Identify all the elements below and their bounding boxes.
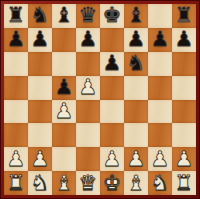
square-e5[interactable] [100,76,124,100]
square-b3[interactable] [28,123,52,147]
square-f2[interactable]: ♟ [124,147,148,171]
piece-white-rook[interactable]: ♜ [175,172,194,193]
piece-white-bishop[interactable]: ♝ [55,172,74,193]
piece-black-pawn[interactable]: ♟ [127,29,146,50]
piece-white-pawn[interactable]: ♟ [55,100,74,121]
square-e3[interactable] [100,123,124,147]
piece-white-pawn[interactable]: ♟ [151,148,170,169]
piece-black-king[interactable]: ♚ [103,5,122,26]
piece-white-bishop[interactable]: ♝ [127,172,146,193]
square-g1[interactable]: ♞ [148,171,172,195]
square-e6[interactable]: ♟ [100,52,124,76]
square-g6[interactable] [148,52,172,76]
square-a5[interactable] [4,76,28,100]
square-b8[interactable]: ♞ [28,4,52,28]
square-h4[interactable] [172,100,196,124]
piece-white-pawn[interactable]: ♟ [79,77,98,98]
piece-white-queen[interactable]: ♛ [79,172,98,193]
square-e7[interactable] [100,28,124,52]
square-f8[interactable]: ♝ [124,4,148,28]
square-f4[interactable] [124,100,148,124]
piece-black-pawn[interactable]: ♟ [175,29,194,50]
square-a1[interactable]: ♜ [4,171,28,195]
piece-white-pawn[interactable]: ♟ [175,148,194,169]
square-h1[interactable]: ♜ [172,171,196,195]
piece-white-pawn[interactable]: ♟ [127,148,146,169]
square-h7[interactable]: ♟ [172,28,196,52]
square-c2[interactable] [52,147,76,171]
piece-black-rook[interactable]: ♜ [7,5,26,26]
square-d5[interactable]: ♟ [76,76,100,100]
square-c5[interactable]: ♟ [52,76,76,100]
square-d6[interactable] [76,52,100,76]
piece-black-pawn[interactable]: ♟ [31,29,50,50]
square-f3[interactable] [124,123,148,147]
square-f1[interactable]: ♝ [124,171,148,195]
square-g3[interactable] [148,123,172,147]
square-e1[interactable]: ♚ [100,171,124,195]
piece-black-pawn[interactable]: ♟ [7,29,26,50]
square-c1[interactable]: ♝ [52,171,76,195]
square-b5[interactable] [28,76,52,100]
square-h5[interactable] [172,76,196,100]
square-a7[interactable]: ♟ [4,28,28,52]
piece-black-bishop[interactable]: ♝ [55,5,74,26]
piece-black-pawn[interactable]: ♟ [79,29,98,50]
square-h6[interactable] [172,52,196,76]
square-c4[interactable]: ♟ [52,100,76,124]
piece-black-pawn[interactable]: ♟ [103,53,122,74]
piece-black-pawn[interactable]: ♟ [55,77,74,98]
square-a8[interactable]: ♜ [4,4,28,28]
square-c3[interactable] [52,123,76,147]
piece-black-pawn[interactable]: ♟ [151,29,170,50]
square-e4[interactable] [100,100,124,124]
square-f6[interactable]: ♞ [124,52,148,76]
square-d2[interactable] [76,147,100,171]
square-e2[interactable]: ♟ [100,147,124,171]
square-b2[interactable]: ♟ [28,147,52,171]
square-h2[interactable]: ♟ [172,147,196,171]
square-d1[interactable]: ♛ [76,171,100,195]
square-d8[interactable]: ♛ [76,4,100,28]
square-b4[interactable] [28,100,52,124]
piece-white-king[interactable]: ♚ [103,172,122,193]
square-g4[interactable] [148,100,172,124]
square-c6[interactable] [52,52,76,76]
square-g7[interactable]: ♟ [148,28,172,52]
piece-white-rook[interactable]: ♜ [7,172,26,193]
piece-white-pawn[interactable]: ♟ [7,148,26,169]
square-b7[interactable]: ♟ [28,28,52,52]
piece-white-knight[interactable]: ♞ [31,172,50,193]
square-d4[interactable] [76,100,100,124]
piece-black-queen[interactable]: ♛ [79,5,98,26]
piece-white-pawn[interactable]: ♟ [103,148,122,169]
square-a2[interactable]: ♟ [4,147,28,171]
square-b1[interactable]: ♞ [28,171,52,195]
square-b6[interactable] [28,52,52,76]
square-a3[interactable] [4,123,28,147]
square-h8[interactable]: ♜ [172,4,196,28]
square-e8[interactable]: ♚ [100,4,124,28]
square-g2[interactable]: ♟ [148,147,172,171]
square-g5[interactable] [148,76,172,100]
piece-black-bishop[interactable]: ♝ [127,5,146,26]
square-a4[interactable] [4,100,28,124]
square-d7[interactable]: ♟ [76,28,100,52]
piece-white-knight[interactable]: ♞ [151,172,170,193]
square-c7[interactable] [52,28,76,52]
square-h3[interactable] [172,123,196,147]
piece-black-knight[interactable]: ♞ [31,5,50,26]
chess-board-frame: ♜♞♝♛♚♝♜♟♟♟♟♟♟♟♞♟♟♟♟♟♟♟♟♟♜♞♝♛♚♝♞♜ [0,0,200,199]
piece-black-knight[interactable]: ♞ [127,53,146,74]
square-a6[interactable] [4,52,28,76]
piece-white-pawn[interactable]: ♟ [31,148,50,169]
chess-board: ♜♞♝♛♚♝♜♟♟♟♟♟♟♟♞♟♟♟♟♟♟♟♟♟♜♞♝♛♚♝♞♜ [4,4,196,195]
square-c8[interactable]: ♝ [52,4,76,28]
square-d3[interactable] [76,123,100,147]
square-g8[interactable] [148,4,172,28]
square-f7[interactable]: ♟ [124,28,148,52]
piece-black-rook[interactable]: ♜ [175,5,194,26]
square-f5[interactable] [124,76,148,100]
